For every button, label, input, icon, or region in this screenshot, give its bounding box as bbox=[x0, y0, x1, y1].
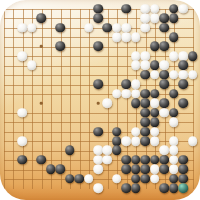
stone-white bbox=[112, 32, 122, 42]
stone-white bbox=[112, 23, 122, 33]
stone-black bbox=[65, 146, 75, 156]
stone-black bbox=[159, 70, 169, 80]
stone-black bbox=[55, 165, 65, 175]
star-point bbox=[97, 102, 100, 105]
stone-black bbox=[178, 61, 188, 71]
stone-black bbox=[150, 108, 160, 118]
stone-black bbox=[150, 42, 160, 52]
stone-white bbox=[188, 70, 198, 80]
stone-black bbox=[140, 89, 150, 99]
stone-white bbox=[188, 136, 198, 146]
stone-last-move bbox=[178, 183, 188, 193]
stone-black bbox=[46, 165, 56, 175]
stone-black bbox=[37, 155, 47, 165]
stone-white bbox=[150, 136, 160, 146]
stone-black bbox=[140, 127, 150, 137]
stone-white bbox=[140, 51, 150, 61]
stone-black bbox=[188, 51, 198, 61]
stone-white bbox=[93, 155, 103, 165]
stone-white bbox=[27, 23, 37, 33]
stone-black bbox=[140, 174, 150, 184]
stone-black bbox=[93, 79, 103, 89]
stone-black bbox=[122, 155, 132, 165]
stone-black bbox=[18, 155, 28, 165]
stone-black bbox=[169, 32, 179, 42]
stone-black bbox=[140, 136, 150, 146]
stone-white bbox=[150, 127, 160, 137]
stone-black bbox=[140, 70, 150, 80]
stone-white bbox=[178, 4, 188, 14]
stone-black bbox=[122, 183, 132, 193]
stone-black bbox=[93, 42, 103, 52]
stone-black bbox=[169, 13, 179, 23]
stone-black bbox=[140, 155, 150, 165]
stone-black bbox=[150, 89, 160, 99]
stone-white bbox=[159, 61, 169, 71]
go-board[interactable] bbox=[4, 9, 194, 190]
stone-black bbox=[159, 13, 169, 23]
stone-white bbox=[169, 165, 179, 175]
stone-black bbox=[169, 183, 179, 193]
stone-white bbox=[169, 155, 179, 165]
stone-black bbox=[178, 79, 188, 89]
stone-black bbox=[131, 183, 141, 193]
stone-black bbox=[131, 98, 141, 108]
stone-white bbox=[131, 89, 141, 99]
stone-black bbox=[150, 155, 160, 165]
stone-white bbox=[150, 70, 160, 80]
stone-white bbox=[178, 70, 188, 80]
stone-black bbox=[150, 117, 160, 127]
stone-white bbox=[18, 51, 28, 61]
stone-white bbox=[131, 61, 141, 71]
stone-white bbox=[140, 61, 150, 71]
stone-white bbox=[131, 136, 141, 146]
stone-white bbox=[84, 174, 94, 184]
stone-white bbox=[131, 32, 141, 42]
stone-white bbox=[150, 98, 160, 108]
stone-black bbox=[159, 165, 169, 175]
stone-white bbox=[103, 98, 113, 108]
stone-black bbox=[112, 127, 122, 137]
stone-white bbox=[93, 165, 103, 175]
stone-black bbox=[122, 4, 132, 14]
stone-black bbox=[159, 23, 169, 33]
stone-white bbox=[18, 136, 28, 146]
stone-black bbox=[112, 136, 122, 146]
stone-black bbox=[131, 165, 141, 175]
stone-black bbox=[131, 174, 141, 184]
stone-white bbox=[103, 155, 113, 165]
stone-black bbox=[140, 98, 150, 108]
stone-white bbox=[140, 13, 150, 23]
stone-black bbox=[37, 13, 47, 23]
stone-black bbox=[159, 98, 169, 108]
stone-white bbox=[131, 127, 141, 137]
stone-white bbox=[18, 108, 28, 118]
stone-black bbox=[103, 23, 113, 33]
stone-black bbox=[131, 155, 141, 165]
stone-black bbox=[93, 4, 103, 14]
stone-white bbox=[169, 70, 179, 80]
stone-black bbox=[93, 127, 103, 137]
stone-black bbox=[150, 61, 160, 71]
stone-black bbox=[169, 174, 179, 184]
stone-black bbox=[55, 42, 65, 52]
stone-black bbox=[178, 174, 188, 184]
stone-white bbox=[159, 108, 169, 118]
stone-black bbox=[74, 174, 84, 184]
stone-black bbox=[178, 155, 188, 165]
stone-black bbox=[140, 165, 150, 175]
stone-black bbox=[178, 98, 188, 108]
stone-white bbox=[131, 51, 141, 61]
stone-white bbox=[84, 23, 94, 33]
stone-white bbox=[112, 174, 122, 184]
stone-white bbox=[93, 183, 103, 193]
stone-black bbox=[169, 89, 179, 99]
stone-white bbox=[103, 146, 113, 156]
stone-white bbox=[131, 79, 141, 89]
stone-white bbox=[169, 117, 179, 127]
stone-black bbox=[140, 117, 150, 127]
stone-white bbox=[169, 136, 179, 146]
stone-black bbox=[178, 165, 188, 175]
stone-white bbox=[140, 4, 150, 14]
star-point bbox=[40, 102, 43, 105]
stone-black bbox=[159, 79, 169, 89]
stone-black bbox=[55, 23, 65, 33]
stone-white bbox=[18, 23, 28, 33]
stone-white bbox=[150, 174, 160, 184]
stone-white bbox=[169, 51, 179, 61]
stone-white bbox=[122, 136, 132, 146]
stone-white bbox=[112, 89, 122, 99]
stone-black bbox=[93, 13, 103, 23]
stone-white bbox=[178, 51, 188, 61]
app-icon[interactable] bbox=[0, 0, 200, 200]
stone-white bbox=[140, 23, 150, 33]
stone-white bbox=[93, 146, 103, 156]
stone-black bbox=[159, 155, 169, 165]
stone-white bbox=[122, 32, 132, 42]
stone-black bbox=[122, 79, 132, 89]
stone-black bbox=[169, 108, 179, 118]
stone-white bbox=[150, 13, 160, 23]
stone-white bbox=[159, 146, 169, 156]
screenshot bbox=[0, 0, 200, 200]
stone-white bbox=[27, 61, 37, 71]
stone-black bbox=[112, 146, 122, 156]
stone-black bbox=[65, 174, 75, 184]
stone-white bbox=[169, 146, 179, 156]
stone-black bbox=[169, 4, 179, 14]
stone-white bbox=[122, 23, 132, 33]
stone-white bbox=[150, 4, 160, 14]
stone-white bbox=[150, 165, 160, 175]
stone-white bbox=[122, 89, 132, 99]
stone-black bbox=[159, 183, 169, 193]
stone-black bbox=[159, 42, 169, 52]
stone-black bbox=[122, 165, 132, 175]
star-point bbox=[40, 45, 43, 48]
stone-black bbox=[140, 108, 150, 118]
